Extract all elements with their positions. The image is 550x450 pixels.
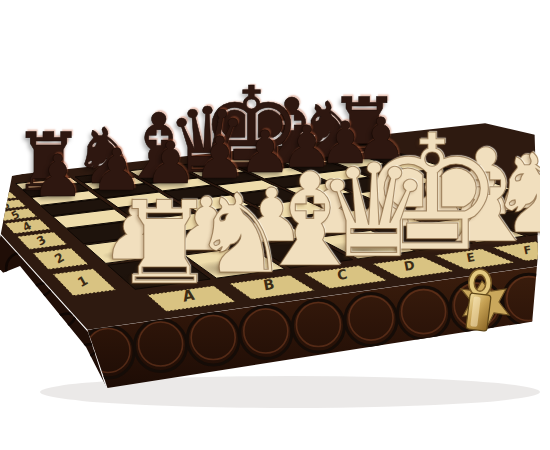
piece-white-rook[interactable]: ♜ [113,187,216,302]
chess-set-photo: ABCDEF1234567 ♜♞♟♝♟♚♟♛♟♝♟♞♟♜♟♟♟♟♟♜♟♞♟♝♟♚… [0,0,550,450]
rank-label-7: 7 [0,190,4,203]
piece-black-pawn[interactable]: ♟ [31,147,83,205]
